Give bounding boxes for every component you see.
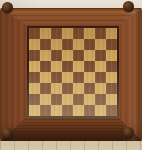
board-square[interactable] (84, 83, 95, 94)
board-square[interactable] (29, 83, 40, 94)
board-square[interactable] (29, 50, 40, 61)
board-square[interactable] (73, 94, 84, 105)
board-square[interactable] (106, 83, 117, 94)
game-table-photo (0, 0, 142, 150)
board-square[interactable] (84, 50, 95, 61)
board-square[interactable] (62, 83, 73, 94)
board-square[interactable] (73, 105, 84, 116)
board-square[interactable] (51, 50, 62, 61)
board-square[interactable] (51, 94, 62, 105)
board-square[interactable] (29, 39, 40, 50)
board-square[interactable] (95, 50, 106, 61)
board-square[interactable] (51, 28, 62, 39)
board-square[interactable] (51, 83, 62, 94)
board-square[interactable] (62, 72, 73, 83)
board-square[interactable] (51, 61, 62, 72)
board-square[interactable] (62, 94, 73, 105)
board-square[interactable] (95, 39, 106, 50)
board-square[interactable] (84, 72, 95, 83)
board-square[interactable] (29, 105, 40, 116)
board-square[interactable] (106, 105, 117, 116)
frame-bottom-rail (0, 117, 142, 141)
board-square[interactable] (51, 39, 62, 50)
board-square[interactable] (84, 39, 95, 50)
board-square[interactable] (29, 72, 40, 83)
board-square[interactable] (95, 28, 106, 39)
board-square[interactable] (106, 94, 117, 105)
board-square[interactable] (95, 72, 106, 83)
frame-top-rail (0, 8, 142, 26)
board-square[interactable] (40, 39, 51, 50)
checkerboard (27, 26, 119, 118)
game-table-top (0, 8, 142, 141)
board-square[interactable] (62, 105, 73, 116)
board-square[interactable] (40, 94, 51, 105)
board-square[interactable] (51, 72, 62, 83)
board-square[interactable] (51, 105, 62, 116)
board-square[interactable] (95, 94, 106, 105)
board-square[interactable] (95, 83, 106, 94)
board-square[interactable] (106, 39, 117, 50)
board-square[interactable] (29, 94, 40, 105)
board-square[interactable] (73, 83, 84, 94)
board-square[interactable] (62, 39, 73, 50)
board-square[interactable] (62, 28, 73, 39)
board-square[interactable] (40, 72, 51, 83)
board-square[interactable] (95, 105, 106, 116)
board-square[interactable] (62, 50, 73, 61)
board-square[interactable] (73, 39, 84, 50)
board-square[interactable] (40, 61, 51, 72)
board-square[interactable] (106, 61, 117, 72)
board-square[interactable] (29, 61, 40, 72)
board-square[interactable] (40, 105, 51, 116)
board-square[interactable] (106, 28, 117, 39)
board-square[interactable] (40, 28, 51, 39)
board-square[interactable] (62, 61, 73, 72)
board-square[interactable] (29, 28, 40, 39)
board-square[interactable] (84, 28, 95, 39)
board-square[interactable] (73, 72, 84, 83)
board-square[interactable] (40, 50, 51, 61)
board-square[interactable] (106, 50, 117, 61)
board-square[interactable] (84, 94, 95, 105)
board-square[interactable] (95, 61, 106, 72)
corner-knob-bottom-right (123, 127, 134, 138)
board-square[interactable] (40, 83, 51, 94)
corner-knob-top-right (123, 1, 134, 12)
corner-knob-bottom-left (2, 128, 13, 139)
board-square[interactable] (84, 61, 95, 72)
board-square[interactable] (73, 61, 84, 72)
board-square[interactable] (84, 105, 95, 116)
corner-knob-top-left (2, 2, 13, 13)
board-square[interactable] (73, 50, 84, 61)
board-square[interactable] (106, 72, 117, 83)
board-square[interactable] (73, 28, 84, 39)
